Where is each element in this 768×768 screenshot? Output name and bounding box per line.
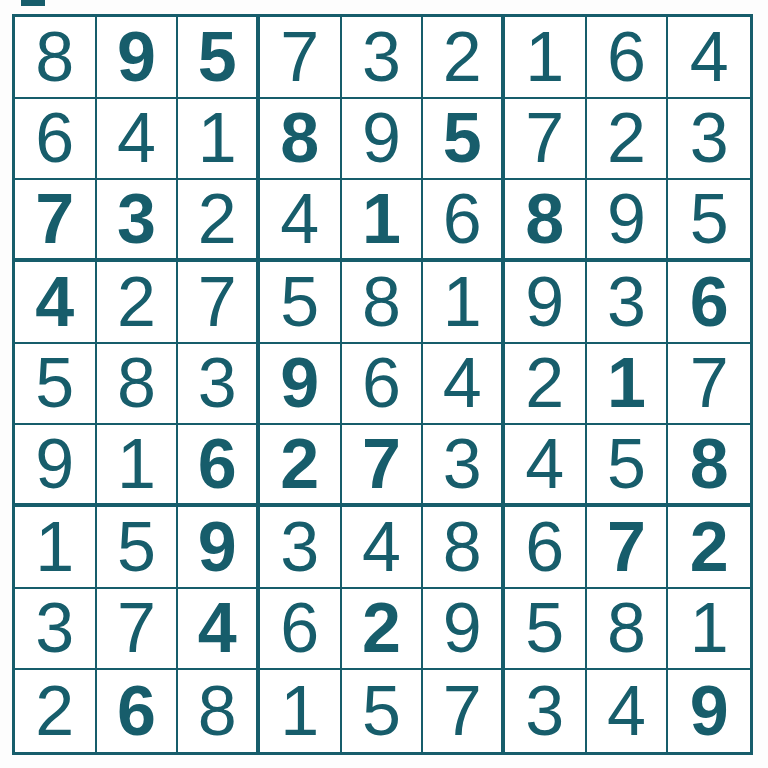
- cell-r5c8[interactable]: 1: [587, 344, 669, 426]
- cell-r2c7[interactable]: 7: [505, 99, 587, 181]
- cell-r4c2[interactable]: 2: [97, 262, 179, 344]
- cell-r4c4[interactable]: 5: [260, 262, 342, 344]
- cell-r9c8[interactable]: 4: [587, 670, 669, 752]
- cell-r4c8[interactable]: 3: [587, 262, 669, 344]
- cell-r7c6[interactable]: 8: [423, 507, 505, 589]
- cell-r7c9[interactable]: 2: [668, 507, 750, 589]
- cell-r3c7[interactable]: 8: [505, 180, 587, 262]
- cell-r6c2[interactable]: 1: [97, 425, 179, 507]
- cell-r8c9[interactable]: 1: [668, 589, 750, 671]
- cell-r2c3[interactable]: 1: [178, 99, 260, 181]
- cell-r6c4[interactable]: 2: [260, 425, 342, 507]
- cell-r8c6[interactable]: 9: [423, 589, 505, 671]
- cell-r9c5[interactable]: 5: [342, 670, 424, 752]
- cell-r8c2[interactable]: 7: [97, 589, 179, 671]
- cell-r5c2[interactable]: 8: [97, 344, 179, 426]
- cell-r6c6[interactable]: 3: [423, 425, 505, 507]
- cell-r7c2[interactable]: 5: [97, 507, 179, 589]
- cell-r3c1[interactable]: 7: [15, 180, 97, 262]
- cell-r2c2[interactable]: 4: [97, 99, 179, 181]
- cell-r6c8[interactable]: 5: [587, 425, 669, 507]
- cell-r5c1[interactable]: 5: [15, 344, 97, 426]
- cell-r3c4[interactable]: 4: [260, 180, 342, 262]
- cell-r5c4[interactable]: 9: [260, 344, 342, 426]
- cell-r2c8[interactable]: 2: [587, 99, 669, 181]
- cell-r8c5[interactable]: 2: [342, 589, 424, 671]
- cell-r9c6[interactable]: 7: [423, 670, 505, 752]
- cell-r3c2[interactable]: 3: [97, 180, 179, 262]
- cell-r1c8[interactable]: 6: [587, 17, 669, 99]
- cell-r2c5[interactable]: 9: [342, 99, 424, 181]
- cell-r7c7[interactable]: 6: [505, 507, 587, 589]
- cell-r9c4[interactable]: 1: [260, 670, 342, 752]
- cell-r4c7[interactable]: 9: [505, 262, 587, 344]
- cell-r3c3[interactable]: 2: [178, 180, 260, 262]
- cell-r9c9[interactable]: 9: [668, 670, 750, 752]
- cell-r5c3[interactable]: 3: [178, 344, 260, 426]
- cell-r6c7[interactable]: 4: [505, 425, 587, 507]
- cell-r4c3[interactable]: 7: [178, 262, 260, 344]
- cell-r4c1[interactable]: 4: [15, 262, 97, 344]
- cell-r7c1[interactable]: 1: [15, 507, 97, 589]
- cropped-glyph-artifact: [21, 0, 45, 6]
- cell-r9c2[interactable]: 6: [97, 670, 179, 752]
- cell-r6c9[interactable]: 8: [668, 425, 750, 507]
- cell-r2c4[interactable]: 8: [260, 99, 342, 181]
- cell-r6c3[interactable]: 6: [178, 425, 260, 507]
- cell-r1c1[interactable]: 8: [15, 17, 97, 99]
- cell-r3c6[interactable]: 6: [423, 180, 505, 262]
- cell-r5c9[interactable]: 7: [668, 344, 750, 426]
- cell-r7c5[interactable]: 4: [342, 507, 424, 589]
- cell-r8c3[interactable]: 4: [178, 589, 260, 671]
- cell-r5c6[interactable]: 4: [423, 344, 505, 426]
- cell-r1c9[interactable]: 4: [668, 17, 750, 99]
- cell-r2c9[interactable]: 3: [668, 99, 750, 181]
- cell-r5c5[interactable]: 6: [342, 344, 424, 426]
- cell-r3c5[interactable]: 1: [342, 180, 424, 262]
- cell-r9c1[interactable]: 2: [15, 670, 97, 752]
- cell-r8c8[interactable]: 8: [587, 589, 669, 671]
- cell-r4c6[interactable]: 1: [423, 262, 505, 344]
- cell-r5c7[interactable]: 2: [505, 344, 587, 426]
- cell-r1c7[interactable]: 1: [505, 17, 587, 99]
- cell-r7c4[interactable]: 3: [260, 507, 342, 589]
- cell-r2c1[interactable]: 6: [15, 99, 97, 181]
- cell-r1c6[interactable]: 2: [423, 17, 505, 99]
- cell-r8c7[interactable]: 5: [505, 589, 587, 671]
- cell-r4c5[interactable]: 8: [342, 262, 424, 344]
- cell-r1c5[interactable]: 3: [342, 17, 424, 99]
- cell-r7c3[interactable]: 9: [178, 507, 260, 589]
- cell-r3c9[interactable]: 5: [668, 180, 750, 262]
- cell-r8c1[interactable]: 3: [15, 589, 97, 671]
- cell-r6c5[interactable]: 7: [342, 425, 424, 507]
- cell-r2c6[interactable]: 5: [423, 99, 505, 181]
- cell-r3c8[interactable]: 9: [587, 180, 669, 262]
- cell-r1c2[interactable]: 9: [97, 17, 179, 99]
- cell-r9c7[interactable]: 3: [505, 670, 587, 752]
- cell-r1c3[interactable]: 5: [178, 17, 260, 99]
- cell-r7c8[interactable]: 7: [587, 507, 669, 589]
- cell-r1c4[interactable]: 7: [260, 17, 342, 99]
- cell-r4c9[interactable]: 6: [668, 262, 750, 344]
- cell-r6c1[interactable]: 9: [15, 425, 97, 507]
- sudoku-board: 8957321646418957237324168954275819365839…: [12, 14, 753, 755]
- cell-r9c3[interactable]: 8: [178, 670, 260, 752]
- cell-r8c4[interactable]: 6: [260, 589, 342, 671]
